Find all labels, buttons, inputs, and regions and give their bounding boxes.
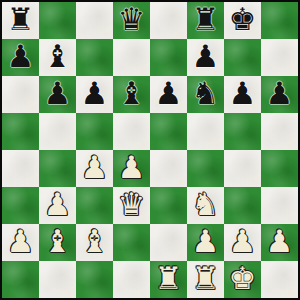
square-b2[interactable]: ♝: [39, 224, 76, 261]
square-a7[interactable]: ♟: [2, 39, 39, 76]
square-h1[interactable]: [261, 261, 298, 298]
square-d5[interactable]: [113, 113, 150, 150]
square-g4[interactable]: [224, 150, 261, 187]
square-g7[interactable]: [224, 39, 261, 76]
square-g6[interactable]: ♟: [224, 76, 261, 113]
white-knight-piece: ♞: [192, 187, 220, 223]
square-b7[interactable]: ♝: [39, 39, 76, 76]
white-queen-piece: ♛: [118, 187, 146, 223]
white-pawn-piece: ♟: [44, 187, 72, 223]
square-c1[interactable]: [76, 261, 113, 298]
white-bishop-piece: ♝: [44, 224, 72, 260]
square-f6[interactable]: ♞: [187, 76, 224, 113]
square-e8[interactable]: [150, 2, 187, 39]
square-a2[interactable]: ♟: [2, 224, 39, 261]
black-rook-piece: ♜: [7, 2, 35, 38]
square-a5[interactable]: [2, 113, 39, 150]
square-d2[interactable]: [113, 224, 150, 261]
square-c7[interactable]: [76, 39, 113, 76]
chess-board: ♜♛♜♚♟♝♟♟♟♝♟♞♟♟♟♟♟♛♞♟♝♝♟♟♟♜♜♚: [2, 2, 298, 298]
square-h6[interactable]: ♟: [261, 76, 298, 113]
square-e3[interactable]: [150, 187, 187, 224]
square-g1[interactable]: ♚: [224, 261, 261, 298]
square-c6[interactable]: ♟: [76, 76, 113, 113]
square-d6[interactable]: ♝: [113, 76, 150, 113]
white-bishop-piece: ♝: [81, 224, 109, 260]
black-bishop-piece: ♝: [118, 76, 146, 112]
chess-board-frame: ♜♛♜♚♟♝♟♟♟♝♟♞♟♟♟♟♟♛♞♟♝♝♟♟♟♜♜♚: [0, 0, 300, 300]
square-h2[interactable]: ♟: [261, 224, 298, 261]
square-b5[interactable]: [39, 113, 76, 150]
square-e5[interactable]: [150, 113, 187, 150]
white-pawn-piece: ♟: [192, 224, 220, 260]
square-c2[interactable]: ♝: [76, 224, 113, 261]
square-g5[interactable]: [224, 113, 261, 150]
square-h3[interactable]: [261, 187, 298, 224]
square-f4[interactable]: [187, 150, 224, 187]
square-h4[interactable]: [261, 150, 298, 187]
white-pawn-piece: ♟: [229, 224, 257, 260]
square-a8[interactable]: ♜: [2, 2, 39, 39]
black-pawn-piece: ♟: [192, 39, 220, 75]
square-f5[interactable]: [187, 113, 224, 150]
black-bishop-piece: ♝: [44, 39, 72, 75]
black-pawn-piece: ♟: [44, 76, 72, 112]
square-g2[interactable]: ♟: [224, 224, 261, 261]
square-d1[interactable]: [113, 261, 150, 298]
square-d7[interactable]: [113, 39, 150, 76]
square-h7[interactable]: [261, 39, 298, 76]
square-c4[interactable]: ♟: [76, 150, 113, 187]
square-e1[interactable]: ♜: [150, 261, 187, 298]
black-pawn-piece: ♟: [7, 39, 35, 75]
square-e7[interactable]: [150, 39, 187, 76]
square-f1[interactable]: ♜: [187, 261, 224, 298]
square-d4[interactable]: ♟: [113, 150, 150, 187]
white-pawn-piece: ♟: [118, 150, 146, 186]
square-c8[interactable]: [76, 2, 113, 39]
square-b4[interactable]: [39, 150, 76, 187]
black-pawn-piece: ♟: [266, 76, 294, 112]
white-pawn-piece: ♟: [7, 224, 35, 260]
white-rook-piece: ♜: [192, 261, 220, 297]
white-pawn-piece: ♟: [266, 224, 294, 260]
square-b8[interactable]: [39, 2, 76, 39]
white-king-piece: ♚: [229, 261, 257, 297]
square-b1[interactable]: [39, 261, 76, 298]
square-h5[interactable]: [261, 113, 298, 150]
black-pawn-piece: ♟: [155, 76, 183, 112]
square-e4[interactable]: [150, 150, 187, 187]
square-a1[interactable]: [2, 261, 39, 298]
black-pawn-piece: ♟: [81, 76, 109, 112]
square-g3[interactable]: [224, 187, 261, 224]
square-f8[interactable]: ♜: [187, 2, 224, 39]
square-a3[interactable]: [2, 187, 39, 224]
square-c3[interactable]: [76, 187, 113, 224]
square-b3[interactable]: ♟: [39, 187, 76, 224]
black-knight-piece: ♞: [192, 76, 220, 112]
square-f7[interactable]: ♟: [187, 39, 224, 76]
black-pawn-piece: ♟: [229, 76, 257, 112]
square-d3[interactable]: ♛: [113, 187, 150, 224]
square-a6[interactable]: [2, 76, 39, 113]
square-e6[interactable]: ♟: [150, 76, 187, 113]
square-a4[interactable]: [2, 150, 39, 187]
square-b6[interactable]: ♟: [39, 76, 76, 113]
black-king-piece: ♚: [229, 2, 257, 38]
square-c5[interactable]: [76, 113, 113, 150]
black-rook-piece: ♜: [192, 2, 220, 38]
white-pawn-piece: ♟: [81, 150, 109, 186]
square-h8[interactable]: [261, 2, 298, 39]
square-e2[interactable]: [150, 224, 187, 261]
square-f2[interactable]: ♟: [187, 224, 224, 261]
square-g8[interactable]: ♚: [224, 2, 261, 39]
white-rook-piece: ♜: [155, 261, 183, 297]
black-queen-piece: ♛: [118, 2, 146, 38]
square-d8[interactable]: ♛: [113, 2, 150, 39]
square-f3[interactable]: ♞: [187, 187, 224, 224]
